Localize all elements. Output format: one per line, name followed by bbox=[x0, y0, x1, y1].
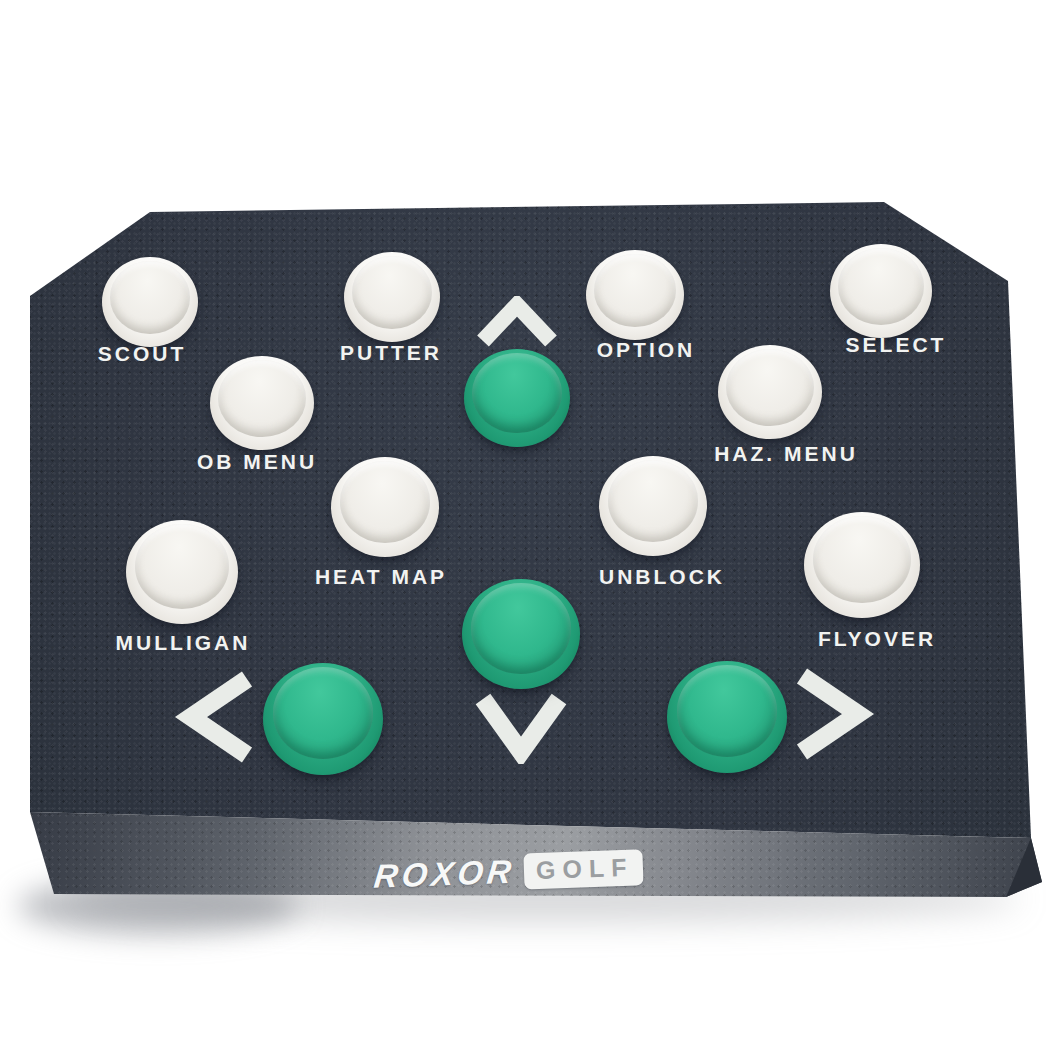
dpad-down-button[interactable] bbox=[462, 579, 580, 689]
putter-button[interactable] bbox=[344, 252, 440, 342]
unblock-button[interactable] bbox=[599, 456, 707, 556]
haz-menu-label: HAZ. MENU bbox=[714, 442, 858, 466]
scout-button-cap bbox=[110, 261, 191, 335]
mulligan-label: MULLIGAN bbox=[116, 631, 251, 655]
chevron-down-icon bbox=[474, 688, 568, 764]
option-button[interactable] bbox=[586, 250, 684, 340]
mulligan-button[interactable] bbox=[126, 520, 238, 624]
select-button-cap bbox=[838, 248, 924, 325]
haz-menu-button-cap bbox=[726, 349, 813, 426]
product-photo: SCOUT PUTTER OPTION SELECT OB MENU HAZ. … bbox=[0, 0, 1048, 1048]
brand-golf-text: GOLF bbox=[535, 853, 633, 884]
heat-map-label: HEAT MAP bbox=[315, 565, 447, 589]
dpad-left-button[interactable] bbox=[263, 663, 383, 775]
haz-menu-button[interactable] bbox=[718, 345, 822, 439]
ob-menu-button[interactable] bbox=[210, 356, 314, 450]
brand-roxor-wordmark: ROXOR bbox=[372, 853, 517, 896]
dpad-up-button-cap bbox=[472, 353, 561, 433]
heat-map-button-cap bbox=[340, 461, 431, 543]
brand-logo: ROXOR GOLF bbox=[373, 844, 644, 899]
select-label: SELECT bbox=[846, 333, 947, 357]
option-label: OPTION bbox=[597, 338, 696, 362]
unblock-label: UNBLOCK bbox=[599, 565, 725, 589]
flyover-button[interactable] bbox=[804, 512, 920, 618]
dpad-left-button-cap bbox=[273, 667, 374, 759]
flyover-label: FLYOVER bbox=[818, 627, 936, 651]
dpad-right-button-cap bbox=[677, 665, 778, 757]
ob-menu-label: OB MENU bbox=[197, 450, 317, 474]
putter-label: PUTTER bbox=[340, 341, 442, 365]
mulligan-button-cap bbox=[135, 524, 229, 609]
dpad-up-button[interactable] bbox=[464, 349, 570, 447]
heat-map-button[interactable] bbox=[331, 457, 439, 557]
dpad-right-button[interactable] bbox=[667, 661, 787, 773]
scout-button[interactable] bbox=[102, 257, 198, 347]
ob-menu-button-cap bbox=[218, 360, 305, 437]
unblock-button-cap bbox=[608, 460, 699, 542]
flyover-button-cap bbox=[813, 516, 910, 603]
chevron-right-icon bbox=[790, 668, 878, 760]
chevron-left-icon bbox=[171, 671, 259, 763]
brand-golf-badge: GOLF bbox=[523, 849, 644, 889]
option-button-cap bbox=[594, 254, 676, 328]
select-button[interactable] bbox=[830, 244, 932, 338]
putter-button-cap bbox=[352, 256, 433, 330]
dpad-down-button-cap bbox=[471, 583, 570, 673]
chevron-up-icon bbox=[475, 296, 559, 348]
scout-label: SCOUT bbox=[98, 342, 187, 366]
